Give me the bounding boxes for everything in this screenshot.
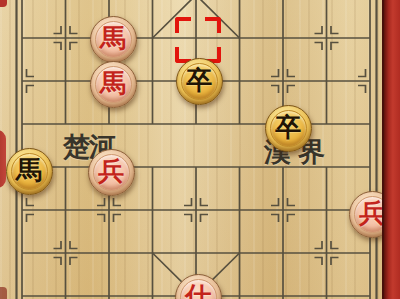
frame-layer <box>0 0 400 299</box>
table-frame-right <box>382 0 400 299</box>
xiangqi-board[interactable]: 楚河 漢界 馬馬卒卒馬兵兵仕 <box>0 0 400 299</box>
top-left-red-fragment <box>0 0 7 7</box>
bottom-left-red-fragment <box>0 287 7 299</box>
left-edge-red-element <box>0 130 6 188</box>
